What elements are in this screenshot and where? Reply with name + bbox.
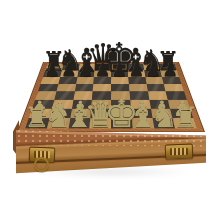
piece-shadow — [29, 124, 44, 128]
piece-shadow — [131, 74, 141, 78]
piece-shadow — [54, 114, 66, 118]
piece-shadow — [115, 114, 127, 118]
piece-shadow — [90, 124, 110, 128]
piece-shadow — [62, 67, 78, 71]
piece-shadow — [47, 67, 61, 71]
piece-shadow — [70, 124, 88, 128]
piece-shadow — [156, 124, 173, 128]
piece-shadow — [177, 114, 189, 118]
piece-shadow — [95, 114, 107, 118]
piece-shadow — [156, 114, 168, 118]
piece-shadow — [98, 74, 108, 78]
piece-shadow — [161, 67, 175, 71]
piece-shadow — [75, 114, 87, 118]
piece-shadow — [64, 74, 74, 78]
piece-shadow — [81, 74, 91, 78]
pieces-layer: ♜♞♝♛♚♝♞♜♟♟♟♟♟♟♟♟♟♟♟♟♟♟♟♟♜♞♝♛♚♝♞♜ — [0, 0, 220, 220]
piece-shadow — [136, 114, 148, 118]
piece-shadow — [165, 74, 175, 78]
chess-set-photo: ♜♞♝♛♚♝♞♜♟♟♟♟♟♟♟♟♟♟♟♟♟♟♟♟♜♞♝♛♚♝♞♜ — [0, 0, 220, 220]
piece-shadow — [34, 114, 46, 118]
piece-shadow — [144, 67, 160, 71]
piece-shadow — [178, 124, 193, 128]
piece-shadow — [111, 124, 132, 128]
piece-shadow — [47, 74, 57, 78]
piece-shadow — [50, 124, 67, 128]
piece-shadow — [127, 67, 145, 71]
piece-shadow — [114, 74, 124, 78]
piece-shadow — [148, 74, 158, 78]
piece-shadow — [134, 124, 152, 128]
